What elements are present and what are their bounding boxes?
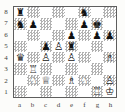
square-a2 [14, 75, 27, 86]
square-f2: ♞♘ [78, 75, 91, 86]
square-a7: ♞ [14, 18, 27, 29]
white-bishop: ♗ [65, 75, 78, 86]
file-label-d: d [52, 99, 65, 110]
white-pawn: ♙ [103, 75, 116, 86]
file-label-b: b [26, 99, 39, 110]
black-pawn: ♟ [91, 30, 104, 41]
square-g2 [91, 75, 104, 86]
square-b3: ♜♖ [27, 63, 40, 74]
square-c7 [40, 18, 53, 29]
square-g5 [91, 41, 104, 52]
black-rook: ♜ [14, 7, 27, 18]
square-b6 [27, 30, 40, 41]
file-label-g: g [91, 99, 104, 110]
square-d3 [52, 63, 65, 74]
square-g3 [91, 63, 104, 74]
square-e6: ♟ [65, 30, 78, 41]
square-e4: ♟♙ [65, 52, 78, 63]
square-f7: ♟ [78, 18, 91, 29]
file-label-c: c [39, 99, 52, 110]
square-c3 [40, 63, 53, 74]
square-a3 [14, 63, 27, 74]
square-f8: ♞ [78, 7, 91, 18]
square-e7 [65, 18, 78, 29]
rank-label-7: 7 [1, 18, 11, 30]
black-pawn: ♟ [78, 18, 91, 29]
file-label-h: h [104, 99, 117, 110]
black-knight: ♞ [14, 18, 27, 29]
square-c4: ♟♙ [40, 52, 53, 63]
rank-label-6: 6 [1, 29, 11, 41]
square-c8 [40, 7, 53, 18]
black-pawn: ♟ [40, 41, 53, 52]
square-a8: ♜ [14, 7, 27, 18]
square-d4 [52, 52, 65, 63]
rank-label-2: 2 [1, 75, 11, 87]
square-f6 [78, 30, 91, 41]
white-pawn: ♙ [65, 52, 78, 63]
black-king: ♚ [91, 18, 104, 29]
square-c5: ♟ [40, 41, 53, 52]
square-b7: ♟ [27, 18, 40, 29]
square-f3 [78, 63, 91, 74]
square-c1 [40, 86, 53, 97]
square-g1: ♜♖ [91, 86, 104, 97]
white-bishop: ♗ [103, 52, 116, 63]
square-a6 [14, 30, 27, 41]
square-f4 [78, 52, 91, 63]
black-pawn: ♟ [65, 30, 78, 41]
rank-label-4: 4 [1, 52, 11, 64]
square-b8 [27, 7, 40, 18]
board-grid: ♜♞♞♟♟♚♟♟♟♟♟♙♜♛♟♙♟♙♝♗♜♖♞♘♛♕♝♗♞♘♟♙♜♖♚♔ [14, 7, 116, 97]
file-labels: abcdefgh [13, 99, 117, 110]
square-b1 [27, 86, 40, 97]
white-knight: ♘ [78, 75, 91, 86]
chess-diagram: 87654321 ♜♞♞♟♟♚♟♟♟♟♟♙♜♛♟♙♟♙♝♗♜♖♞♘♛♕♝♗♞♘♟… [0, 0, 125, 112]
file-label-f: f [78, 99, 91, 110]
square-b4 [27, 52, 40, 63]
black-rook: ♜ [65, 41, 78, 52]
rank-label-3: 3 [1, 64, 11, 76]
square-h2: ♟♙ [103, 75, 116, 86]
square-b2: ♞♘ [27, 75, 40, 86]
square-e3 [65, 63, 78, 74]
square-g7: ♚ [91, 18, 104, 29]
square-h4: ♝♗ [103, 52, 116, 63]
black-knight: ♞ [78, 7, 91, 18]
rank-label-1: 1 [1, 87, 11, 99]
rank-label-5: 5 [1, 41, 11, 53]
square-d1 [52, 86, 65, 97]
square-c2: ♛♕ [40, 75, 53, 86]
square-e1 [65, 86, 78, 97]
square-d7 [52, 18, 65, 29]
square-b5 [27, 41, 40, 52]
square-e2: ♝♗ [65, 75, 78, 86]
rank-label-8: 8 [1, 6, 11, 18]
rank-labels: 87654321 [1, 6, 11, 98]
square-e8 [65, 7, 78, 18]
square-g4 [91, 52, 104, 63]
chess-board: ♜♞♞♟♟♚♟♟♟♟♟♙♜♛♟♙♟♙♝♗♜♖♞♘♛♕♝♗♞♘♟♙♜♖♚♔ [13, 6, 117, 98]
white-rook: ♖ [91, 86, 104, 97]
square-d6 [52, 30, 65, 41]
square-d8 [52, 7, 65, 18]
square-a5 [14, 41, 27, 52]
square-f5 [78, 41, 91, 52]
square-c6 [40, 30, 53, 41]
square-h1: ♚♔ [103, 86, 116, 97]
black-pawn: ♟ [27, 18, 40, 29]
square-h8 [103, 7, 116, 18]
square-h3 [103, 63, 116, 74]
square-d5: ♟♙ [52, 41, 65, 52]
white-rook: ♖ [27, 63, 40, 74]
white-queen: ♕ [40, 75, 53, 86]
file-label-a: a [13, 99, 26, 110]
square-a1 [14, 86, 27, 97]
white-pawn: ♙ [52, 41, 65, 52]
square-f1 [78, 86, 91, 97]
square-h5 [103, 41, 116, 52]
white-king: ♔ [103, 86, 116, 97]
black-pawn: ♟ [103, 30, 116, 41]
white-knight: ♘ [27, 75, 40, 86]
square-g6: ♟ [91, 30, 104, 41]
square-h7 [103, 18, 116, 29]
white-pawn: ♙ [40, 52, 53, 63]
black-queen: ♛ [14, 52, 27, 63]
square-g8 [91, 7, 104, 18]
square-a4: ♛ [14, 52, 27, 63]
square-e5: ♜ [65, 41, 78, 52]
file-label-e: e [65, 99, 78, 110]
square-d2 [52, 75, 65, 86]
square-h6: ♟ [103, 30, 116, 41]
